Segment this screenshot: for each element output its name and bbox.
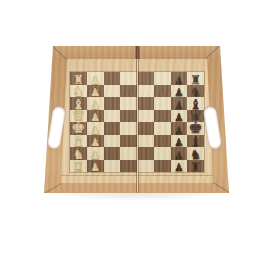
square-b7: ♟: [171, 85, 188, 98]
square-b5: [137, 85, 154, 98]
square-f6: [154, 135, 171, 148]
square-d4: [120, 110, 137, 123]
square-g8: ♞: [187, 147, 204, 160]
square-h2: ♟: [87, 160, 104, 173]
white-pawn: ♟: [87, 75, 104, 86]
square-a7: ♟: [171, 72, 188, 85]
square-b8: ♞: [187, 85, 204, 98]
chess-tray: ♜♟♟♜♞♟♟♞♝♟♟♝♛♟♟♛♚♟♟♚♝♟♟♝♞♟♟♞♜♟♟♜: [44, 46, 229, 193]
square-c8: ♝: [187, 97, 204, 110]
black-pawn: ♟: [171, 125, 188, 136]
white-bishop: ♝: [70, 97, 87, 111]
square-h1: ♜: [70, 160, 87, 173]
square-f8: ♝: [187, 135, 204, 148]
square-a2: ♟: [87, 72, 104, 85]
square-e3: [104, 122, 121, 135]
miter-seam-bottom-left: [44, 183, 62, 194]
square-f2: ♟: [87, 135, 104, 148]
square-e7: ♟: [171, 122, 188, 135]
square-g3: [104, 147, 121, 160]
square-g7: ♟: [171, 147, 188, 160]
square-b3: [104, 85, 121, 98]
black-rook: ♜: [187, 74, 204, 86]
square-a6: [154, 72, 171, 85]
square-f4: [120, 135, 137, 148]
white-pawn: ♟: [87, 162, 104, 173]
square-e6: [154, 122, 171, 135]
white-pawn: ♟: [87, 137, 104, 148]
square-d7: ♟: [171, 110, 188, 123]
black-pawn: ♟: [171, 162, 188, 173]
black-knight: ♞: [187, 85, 204, 98]
white-knight: ♞: [70, 148, 87, 161]
square-b6: [154, 85, 171, 98]
black-queen: ♛: [187, 108, 204, 123]
square-h4: [120, 160, 137, 173]
square-h7: ♟: [171, 160, 188, 173]
black-pawn: ♟: [171, 137, 188, 148]
square-e8: ♚: [187, 122, 204, 135]
square-g5: [137, 147, 154, 160]
white-pawn: ♟: [87, 150, 104, 161]
square-d6: [154, 110, 171, 123]
square-e1: ♚: [70, 122, 87, 135]
white-pawn: ♟: [87, 100, 104, 111]
black-king: ♚: [187, 120, 204, 136]
square-b2: ♟: [87, 85, 104, 98]
black-rook: ♜: [187, 161, 204, 173]
square-d5: [137, 110, 154, 123]
white-bishop: ♝: [70, 134, 87, 148]
square-h5: [137, 160, 154, 173]
square-a4: [120, 72, 137, 85]
square-d1: ♛: [70, 110, 87, 123]
square-a3: [104, 72, 121, 85]
square-h8: ♜: [187, 160, 204, 173]
square-a1: ♜: [70, 72, 87, 85]
square-g2: ♟: [87, 147, 104, 160]
white-pawn: ♟: [87, 87, 104, 98]
square-f7: ♟: [171, 135, 188, 148]
fold-hinge-notch: [135, 46, 140, 59]
black-pawn: ♟: [171, 75, 188, 86]
miter-seam-top-left: [52, 46, 67, 60]
square-c6: [154, 97, 171, 110]
square-b1: ♞: [70, 85, 87, 98]
miter-seam-top-right: [205, 45, 220, 59]
white-pawn: ♟: [87, 125, 104, 136]
black-pawn: ♟: [171, 100, 188, 111]
square-d8: ♛: [187, 110, 204, 123]
black-pawn: ♟: [171, 87, 188, 98]
fold-hinge-line: [136, 46, 139, 193]
square-h6: [154, 160, 171, 173]
square-e5: [137, 122, 154, 135]
square-c2: ♟: [87, 97, 104, 110]
white-pawn: ♟: [87, 112, 104, 123]
square-e2: ♟: [87, 122, 104, 135]
square-g1: ♞: [70, 147, 87, 160]
square-b4: [120, 85, 137, 98]
square-c4: [120, 97, 137, 110]
square-f3: [104, 135, 121, 148]
square-c1: ♝: [70, 97, 87, 110]
square-a5: [137, 72, 154, 85]
product-photo-stage: ♜♟♟♜♞♟♟♞♝♟♟♝♛♟♟♛♚♟♟♚♝♟♟♝♞♟♟♞♜♟♟♜: [0, 0, 270, 270]
white-rook: ♜: [70, 161, 87, 173]
square-d2: ♟: [87, 110, 104, 123]
white-king: ♚: [70, 120, 87, 136]
square-f1: ♝: [70, 135, 87, 148]
black-pawn: ♟: [171, 150, 188, 161]
miter-seam-bottom-right: [213, 182, 230, 193]
black-bishop: ♝: [187, 134, 204, 148]
square-g6: [154, 147, 171, 160]
square-g4: [120, 147, 137, 160]
square-a8: ♜: [187, 72, 204, 85]
square-f5: [137, 135, 154, 148]
square-h3: [104, 160, 121, 173]
white-queen: ♛: [70, 108, 87, 123]
white-rook: ♜: [70, 74, 87, 86]
black-bishop: ♝: [187, 97, 204, 111]
square-e4: [120, 122, 137, 135]
black-knight: ♞: [187, 148, 204, 161]
square-d3: [104, 110, 121, 123]
square-c7: ♟: [171, 97, 188, 110]
black-pawn: ♟: [171, 112, 188, 123]
square-c5: [137, 97, 154, 110]
square-c3: [104, 97, 121, 110]
white-knight: ♞: [70, 85, 87, 98]
